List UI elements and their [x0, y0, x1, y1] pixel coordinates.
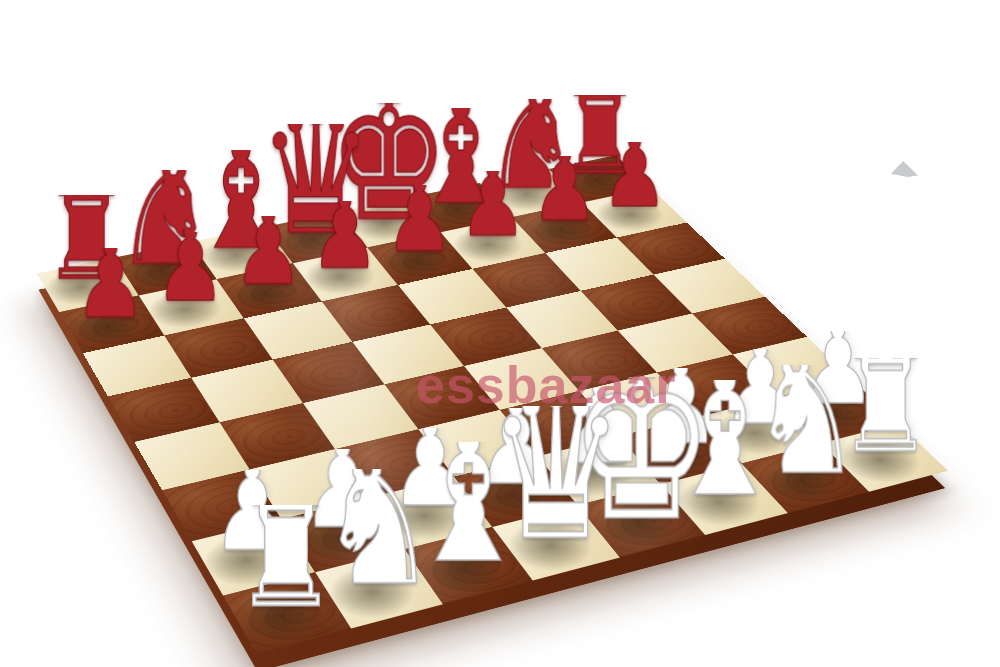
square-a1: ♜: [223, 572, 351, 653]
chess-set-product-photo: ♜♞♝♛♚♝♞♜♟♟♟♟♟♟♟♟♟♟♟♟♟♟♟♟♜♞♝♛♚♝♞♜ essbaza…: [0, 0, 1000, 667]
board-squares: ♜♞♝♛♚♝♞♜♟♟♟♟♟♟♟♟♟♟♟♟♟♟♟♟♜♞♝♛♚♝♞♜: [37, 155, 948, 653]
chess-board: ♜♞♝♛♚♝♞♜♟♟♟♟♟♟♟♟♟♟♟♟♟♟♟♟♜♞♝♛♚♝♞♜: [37, 155, 948, 653]
board-perspective-scene: ♜♞♝♛♚♝♞♜♟♟♟♟♟♟♟♟♟♟♟♟♟♟♟♟♜♞♝♛♚♝♞♜: [0, 0, 1000, 667]
